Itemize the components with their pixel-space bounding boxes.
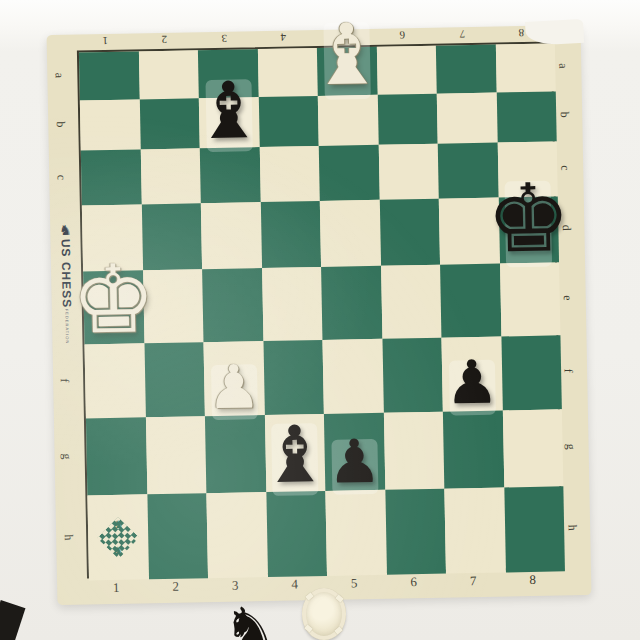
knight-icon: ♞ xyxy=(59,223,72,237)
coord-left-g: g xyxy=(59,453,74,459)
us-chess-logo: ♞ US CHESS FEDERATION xyxy=(51,223,82,374)
square-d6 xyxy=(379,199,440,266)
square-c5 xyxy=(319,145,380,201)
square-a7 xyxy=(436,45,496,94)
square-h7 xyxy=(444,487,505,573)
square-g1 xyxy=(86,417,147,495)
piece-highlight-box xyxy=(271,423,318,496)
square-f4 xyxy=(263,340,324,415)
coord-left-h: h xyxy=(61,534,76,540)
captured-white-rook-top-view xyxy=(302,588,346,640)
knight-icon: ♞ xyxy=(113,545,123,556)
coord-left-a: a xyxy=(51,73,66,79)
square-f6 xyxy=(382,338,443,413)
coord-right-g: g xyxy=(563,443,578,449)
square-b8 xyxy=(496,91,556,142)
coord-bottom-3: 3 xyxy=(232,578,239,594)
coord-left-c: c xyxy=(53,174,68,180)
coord-right-c: c xyxy=(557,164,572,170)
square-c3 xyxy=(200,147,261,203)
square-e4 xyxy=(262,267,323,341)
square-e2 xyxy=(143,269,204,343)
square-h8 xyxy=(504,486,565,572)
coord-bottom-5: 5 xyxy=(351,575,358,591)
coord-bottom-1: 1 xyxy=(113,580,120,596)
coord-bottom-4: 4 xyxy=(291,576,298,592)
logo-subtext: FEDERATION xyxy=(64,309,70,345)
coord-right-b: b xyxy=(557,112,572,118)
square-g5: ♟ xyxy=(324,413,385,491)
square-g3 xyxy=(205,415,266,493)
coord-top-1: 1 xyxy=(102,35,108,47)
piece-highlight-box xyxy=(449,360,496,416)
square-f2 xyxy=(144,342,205,417)
square-b7 xyxy=(437,93,497,144)
square-d3 xyxy=(201,202,262,269)
square-e7 xyxy=(440,264,501,338)
coord-top-8: 8 xyxy=(519,27,525,39)
coord-bottom-2: 2 xyxy=(172,579,179,595)
square-f8 xyxy=(501,335,562,410)
coord-left-f: f xyxy=(57,378,72,382)
piece-highlight-box xyxy=(505,181,553,268)
square-a5: ♝ xyxy=(317,47,377,96)
square-h4 xyxy=(266,491,327,577)
coord-top-7: 7 xyxy=(459,28,465,40)
square-b4 xyxy=(258,96,318,147)
coord-right-f: f xyxy=(561,369,576,373)
coord-right-a: a xyxy=(555,63,570,69)
square-h1: ♞♞ xyxy=(87,494,148,580)
square-f5 xyxy=(322,339,383,414)
coord-left-b: b xyxy=(53,121,68,127)
knight-icon: ♞ xyxy=(113,519,123,530)
square-a1 xyxy=(79,51,139,100)
square-e8 xyxy=(500,262,561,336)
square-h5 xyxy=(325,490,386,576)
square-c4 xyxy=(259,146,320,202)
piece-highlight-box xyxy=(331,439,378,495)
square-g6 xyxy=(383,412,444,490)
square-g2 xyxy=(145,416,206,494)
square-c7 xyxy=(438,143,499,199)
square-e6 xyxy=(381,265,442,339)
coord-bottom-8: 8 xyxy=(529,572,536,588)
square-f3: ♟ xyxy=(204,341,265,416)
square-h3 xyxy=(206,492,267,578)
square-h2 xyxy=(147,493,208,579)
square-e3 xyxy=(202,268,263,342)
logo-text: US CHESS xyxy=(58,239,73,309)
coord-right-h: h xyxy=(565,524,580,530)
square-d5 xyxy=(320,200,381,267)
square-d4 xyxy=(260,201,321,268)
coord-right-d: d xyxy=(559,225,574,231)
coord-top-6: 6 xyxy=(400,29,406,41)
square-d2 xyxy=(141,203,202,270)
square-a4 xyxy=(257,48,317,97)
chess-board: ♞ US CHESS FEDERATION ♝♝♚♚♟♟♝♟♞♞ 1234567… xyxy=(47,25,592,605)
square-b3: ♝ xyxy=(199,97,259,148)
square-e1: ♚ xyxy=(83,270,144,344)
square-g4: ♝ xyxy=(264,414,325,492)
coord-bottom-6: 6 xyxy=(410,574,417,590)
coord-top-2: 2 xyxy=(162,34,168,46)
square-a8 xyxy=(495,43,555,92)
corner-knight-emblem: ♞♞ xyxy=(97,516,139,558)
square-f7: ♟ xyxy=(441,337,502,412)
coord-right-e: e xyxy=(560,294,575,300)
square-d7 xyxy=(439,198,500,265)
piece-highlight-box xyxy=(211,364,258,420)
square-c6 xyxy=(378,144,439,200)
square-c2 xyxy=(140,148,201,204)
square-h6 xyxy=(385,489,446,575)
square-b6 xyxy=(377,94,437,145)
square-g8 xyxy=(502,409,563,487)
playing-area: ♝♝♚♚♟♟♝♟♞♞ xyxy=(77,41,563,578)
square-b1 xyxy=(80,99,140,150)
square-b5 xyxy=(318,95,378,146)
square-e5 xyxy=(321,266,382,340)
coord-top-3: 3 xyxy=(221,33,227,45)
piece-highlight-box xyxy=(205,79,252,152)
coord-bottom-7: 7 xyxy=(470,573,477,589)
square-d8: ♚ xyxy=(498,196,559,263)
square-a6 xyxy=(376,46,436,95)
square-g7 xyxy=(443,410,504,488)
square-f1 xyxy=(85,343,146,418)
square-c1 xyxy=(81,149,142,205)
square-a2 xyxy=(138,50,198,99)
piece-highlight-box xyxy=(323,22,370,100)
square-d1 xyxy=(82,204,143,271)
square-b2 xyxy=(139,98,199,149)
coord-top-4: 4 xyxy=(281,32,287,44)
